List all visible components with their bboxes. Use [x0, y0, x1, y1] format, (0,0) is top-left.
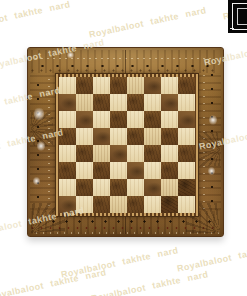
square-h1	[178, 196, 195, 213]
square-d2	[110, 179, 127, 196]
product-photo: Royalbaloot takhte nard Royalbaloot takh…	[0, 0, 247, 296]
square-g1	[161, 196, 178, 213]
square-f2	[144, 179, 161, 196]
square-a8	[59, 77, 76, 94]
fan-motif-right	[198, 132, 220, 166]
gloss-highlight	[209, 114, 217, 126]
square-c7	[93, 94, 110, 111]
square-b2	[76, 179, 93, 196]
square-e7	[127, 94, 144, 111]
square-b1	[76, 196, 93, 213]
checkerboard	[59, 77, 195, 213]
square-d3	[110, 162, 127, 179]
gloss-highlight	[208, 166, 215, 176]
square-d7	[110, 94, 127, 111]
watermark-text: Royalbaloot takhte nard	[90, 269, 209, 296]
square-c5	[93, 128, 110, 145]
gloss-highlight	[66, 52, 75, 58]
square-b8	[76, 77, 93, 94]
square-d8	[110, 77, 127, 94]
square-d1	[110, 196, 127, 213]
square-e3	[127, 162, 144, 179]
watermark-text: Royalbaloot takhte nard	[0, 0, 71, 34]
square-h5	[178, 128, 195, 145]
square-g2	[161, 179, 178, 196]
square-f5	[144, 128, 161, 145]
square-f1	[144, 196, 161, 213]
square-f8	[144, 77, 161, 94]
watermark-text: Royalbaloot takhte nard	[60, 245, 179, 280]
square-c8	[93, 77, 110, 94]
gloss-highlight	[34, 106, 44, 122]
square-f3	[144, 162, 161, 179]
square-h2	[178, 179, 195, 196]
square-g8	[161, 77, 178, 94]
gloss-highlight	[33, 176, 40, 186]
square-b7	[76, 94, 93, 111]
square-g4	[161, 145, 178, 162]
square-b6	[76, 111, 93, 128]
square-e1	[127, 196, 144, 213]
square-g6	[161, 111, 178, 128]
logo-inner-outline	[237, 8, 247, 25]
square-e8	[127, 77, 144, 94]
square-c1	[93, 196, 110, 213]
square-c3	[93, 162, 110, 179]
square-f4	[144, 145, 161, 162]
square-a3	[59, 162, 76, 179]
checkerboard-trim	[55, 73, 199, 217]
gloss-highlight	[37, 140, 45, 152]
square-f7	[144, 94, 161, 111]
square-h8	[178, 77, 195, 94]
square-f6	[144, 111, 161, 128]
square-d6	[110, 111, 127, 128]
square-a7	[59, 94, 76, 111]
square-h6	[178, 111, 195, 128]
square-a5	[59, 128, 76, 145]
square-a4	[59, 145, 76, 162]
square-h3	[178, 162, 195, 179]
square-h4	[178, 145, 195, 162]
watermark-text: Royalbaloot takhte nard	[176, 239, 247, 274]
square-b4	[76, 145, 93, 162]
square-c6	[93, 111, 110, 128]
logo-mark	[230, 28, 234, 29]
square-e6	[127, 111, 144, 128]
square-d4	[110, 145, 127, 162]
square-d5	[110, 128, 127, 145]
square-a6	[59, 111, 76, 128]
square-a2	[59, 179, 76, 196]
square-h7	[178, 94, 195, 111]
square-g3	[161, 162, 178, 179]
chessboard	[27, 47, 224, 237]
watermark-text: Royalbaloot takhte nard	[0, 267, 107, 296]
square-b3	[76, 162, 93, 179]
square-e2	[127, 179, 144, 196]
square-c2	[93, 179, 110, 196]
watermark-text: Royalbaloot takhte nard	[88, 5, 207, 40]
square-b5	[76, 128, 93, 145]
square-a1	[59, 196, 76, 213]
square-c4	[93, 145, 110, 162]
square-g5	[161, 128, 178, 145]
black-frame-logo	[228, 0, 247, 33]
square-e5	[127, 128, 144, 145]
square-g7	[161, 94, 178, 111]
square-e4	[127, 145, 144, 162]
